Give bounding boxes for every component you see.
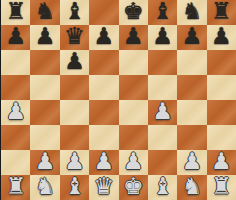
square-h1[interactable]: ♜	[207, 175, 236, 200]
square-c1[interactable]: ♝	[60, 175, 89, 200]
square-b2[interactable]: ♟	[30, 150, 59, 175]
square-h6[interactable]	[207, 50, 236, 75]
square-d7[interactable]: ♟	[89, 25, 118, 50]
square-c3[interactable]	[60, 125, 89, 150]
square-e7[interactable]: ♟	[119, 25, 148, 50]
square-e5[interactable]	[119, 75, 148, 100]
square-b8[interactable]: ♞	[30, 0, 59, 25]
square-g7[interactable]: ♟	[177, 25, 206, 50]
square-a3[interactable]	[1, 125, 30, 150]
square-b7[interactable]: ♟	[30, 25, 59, 50]
square-g8[interactable]: ♞	[177, 0, 206, 25]
square-d6[interactable]	[89, 50, 118, 75]
piece-white-pawn[interactable]: ♟	[211, 150, 232, 173]
square-h5[interactable]	[207, 75, 236, 100]
square-g1[interactable]: ♞	[177, 175, 206, 200]
square-d3[interactable]	[89, 125, 118, 150]
square-g2[interactable]: ♟	[177, 150, 206, 175]
piece-white-rook[interactable]: ♜	[5, 175, 26, 198]
square-g5[interactable]	[177, 75, 206, 100]
square-a8[interactable]: ♜	[1, 0, 30, 25]
square-d2[interactable]: ♟	[89, 150, 118, 175]
square-g4[interactable]	[177, 100, 206, 125]
square-c5[interactable]	[60, 75, 89, 100]
square-a4[interactable]: ♟	[1, 100, 30, 125]
square-c4[interactable]	[60, 100, 89, 125]
square-d5[interactable]	[89, 75, 118, 100]
square-b4[interactable]	[30, 100, 59, 125]
square-h8[interactable]: ♜	[207, 0, 236, 25]
square-c8[interactable]: ♝	[60, 0, 89, 25]
square-g3[interactable]	[177, 125, 206, 150]
piece-black-pawn[interactable]: ♟	[5, 25, 26, 48]
piece-black-pawn[interactable]: ♟	[94, 25, 115, 48]
piece-black-pawn[interactable]: ♟	[152, 25, 173, 48]
square-c7[interactable]: ♛	[60, 25, 89, 50]
square-f8[interactable]: ♝	[148, 0, 177, 25]
square-a5[interactable]	[1, 75, 30, 100]
piece-white-pawn[interactable]: ♟	[152, 100, 173, 123]
square-f2[interactable]	[148, 150, 177, 175]
square-a7[interactable]: ♟	[1, 25, 30, 50]
square-h7[interactable]: ♟	[207, 25, 236, 50]
piece-white-knight[interactable]: ♞	[182, 175, 203, 198]
piece-black-knight[interactable]: ♞	[182, 0, 203, 23]
piece-black-knight[interactable]: ♞	[35, 0, 56, 23]
square-b5[interactable]	[30, 75, 59, 100]
square-d8[interactable]	[89, 0, 118, 25]
piece-white-queen[interactable]: ♛	[94, 175, 115, 198]
piece-black-pawn[interactable]: ♟	[211, 25, 232, 48]
piece-white-rook[interactable]: ♜	[211, 175, 232, 198]
square-e6[interactable]	[119, 50, 148, 75]
square-h2[interactable]: ♟	[207, 150, 236, 175]
square-h3[interactable]	[207, 125, 236, 150]
square-f5[interactable]	[148, 75, 177, 100]
square-a2[interactable]	[1, 150, 30, 175]
piece-black-pawn[interactable]: ♟	[35, 25, 56, 48]
chess-app-window: ♜♞♝♚♝♞♜♟♟♛♟♟♟♟♟♟♟♟♟♟♟♟♟♟♜♞♝♛♚♝♞♜	[0, 0, 236, 200]
piece-white-pawn[interactable]: ♟	[94, 150, 115, 173]
square-d1[interactable]: ♛	[89, 175, 118, 200]
square-a1[interactable]: ♜	[1, 175, 30, 200]
square-f1[interactable]: ♝	[148, 175, 177, 200]
piece-white-pawn[interactable]: ♟	[5, 100, 26, 123]
piece-black-bishop[interactable]: ♝	[152, 0, 173, 23]
square-b1[interactable]: ♞	[30, 175, 59, 200]
piece-white-pawn[interactable]: ♟	[123, 150, 144, 173]
piece-white-pawn[interactable]: ♟	[64, 150, 85, 173]
square-e8[interactable]: ♚	[119, 0, 148, 25]
square-b6[interactable]	[30, 50, 59, 75]
square-c6[interactable]: ♟	[60, 50, 89, 75]
piece-black-queen[interactable]: ♛	[64, 25, 85, 48]
piece-black-rook[interactable]: ♜	[211, 0, 232, 23]
piece-black-pawn[interactable]: ♟	[182, 25, 203, 48]
piece-white-bishop[interactable]: ♝	[152, 175, 173, 198]
piece-white-pawn[interactable]: ♟	[182, 150, 203, 173]
piece-white-knight[interactable]: ♞	[35, 175, 56, 198]
square-d4[interactable]	[89, 100, 118, 125]
square-c2[interactable]: ♟	[60, 150, 89, 175]
square-e4[interactable]	[119, 100, 148, 125]
square-b3[interactable]	[30, 125, 59, 150]
square-h4[interactable]	[207, 100, 236, 125]
square-g6[interactable]	[177, 50, 206, 75]
piece-white-bishop[interactable]: ♝	[64, 175, 85, 198]
piece-black-pawn[interactable]: ♟	[123, 25, 144, 48]
piece-black-pawn[interactable]: ♟	[64, 50, 85, 73]
piece-black-king[interactable]: ♚	[123, 0, 144, 23]
square-e3[interactable]	[119, 125, 148, 150]
piece-white-king[interactable]: ♚	[123, 175, 144, 198]
square-e1[interactable]: ♚	[119, 175, 148, 200]
square-f3[interactable]	[148, 125, 177, 150]
piece-black-rook[interactable]: ♜	[5, 0, 26, 23]
piece-white-pawn[interactable]: ♟	[35, 150, 56, 173]
chess-board: ♜♞♝♚♝♞♜♟♟♛♟♟♟♟♟♟♟♟♟♟♟♟♟♟♜♞♝♛♚♝♞♜	[1, 0, 236, 200]
square-f4[interactable]: ♟	[148, 100, 177, 125]
piece-black-bishop[interactable]: ♝	[64, 0, 85, 23]
square-e2[interactable]: ♟	[119, 150, 148, 175]
square-f7[interactable]: ♟	[148, 25, 177, 50]
square-a6[interactable]	[1, 50, 30, 75]
square-f6[interactable]	[148, 50, 177, 75]
